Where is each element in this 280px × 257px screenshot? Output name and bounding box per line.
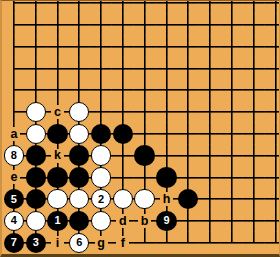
- board-point-c9-r9: [177, 58, 199, 80]
- board-point-c5-r8: [90, 79, 112, 101]
- board-point-c13-r5: [265, 145, 280, 167]
- board-point-c9-r11: [177, 14, 199, 36]
- board-point-c3-r5: k: [47, 145, 69, 167]
- board-point-c3-r7: c: [47, 101, 69, 123]
- board-point-c13-r12: [265, 0, 280, 14]
- white-stone: [26, 102, 46, 122]
- board-point-c4-r1: 6: [68, 232, 90, 254]
- board-point-c11-r4: [221, 166, 243, 188]
- board-point-c12-r4: [243, 166, 265, 188]
- board-point-c3-r6: [47, 123, 69, 145]
- board-point-c2-r7: [25, 101, 47, 123]
- board-point-c12-r9: [243, 58, 265, 80]
- board-point-c9-r8: [177, 79, 199, 101]
- white-stone: [113, 189, 133, 209]
- board-point-c8-r9: [156, 58, 178, 80]
- point-label-k: k: [51, 149, 64, 163]
- board-point-c11-r10: [221, 36, 243, 58]
- board-point-c5-r3: 2: [90, 188, 112, 210]
- board-point-c7-r4: [134, 166, 156, 188]
- board-point-c2-r1: 3: [25, 232, 47, 254]
- board-point-c12-r8: [243, 79, 265, 101]
- board-point-c13-r1: [265, 232, 280, 254]
- board-point-c6-r9: [112, 58, 134, 80]
- board-point-c4-r5: [68, 145, 90, 167]
- board-point-c8-r3: h: [156, 188, 178, 210]
- black-stone: [69, 211, 89, 231]
- board-point-c5-r4: [90, 166, 112, 188]
- point-label-c: c: [51, 105, 64, 119]
- black-stone-move-3: 3: [26, 233, 46, 253]
- black-stone: [26, 189, 46, 209]
- board-point-c10-r11: [199, 14, 221, 36]
- board-point-c8-r12: [156, 0, 178, 14]
- board-point-c6-r8: [112, 79, 134, 101]
- black-stone: [69, 145, 89, 165]
- white-stone: [26, 211, 46, 231]
- board-point-c1-r3: 5: [3, 188, 25, 210]
- black-stone: [26, 167, 46, 187]
- board-point-c2-r12: [25, 0, 47, 14]
- board-point-c4-r10: [68, 36, 90, 58]
- board-point-c9-r7: [177, 101, 199, 123]
- board-point-c10-r7: [199, 101, 221, 123]
- board-point-c9-r12: [177, 0, 199, 14]
- board-point-c8-r1: [156, 232, 178, 254]
- board-point-c11-r1: [221, 232, 243, 254]
- board-point-c6-r3: [112, 188, 134, 210]
- board-point-c1-r4: e: [3, 166, 25, 188]
- black-stone: [156, 167, 176, 187]
- black-stone-move-1: 1: [47, 211, 67, 231]
- board-point-c13-r6: [265, 123, 280, 145]
- board-point-c6-r7: [112, 101, 134, 123]
- board-point-c10-r6: [199, 123, 221, 145]
- black-stone: [134, 145, 154, 165]
- board-point-c6-r2: d: [112, 210, 134, 232]
- board-point-c10-r4: [199, 166, 221, 188]
- board-point-c3-r12: [47, 0, 69, 14]
- white-stone-move-8: 8: [4, 145, 24, 165]
- board-point-c9-r2: [177, 210, 199, 232]
- board-point-c6-r6: [112, 123, 134, 145]
- board-point-c2-r11: [25, 14, 47, 36]
- board-point-c3-r9: [47, 58, 69, 80]
- black-stone: [47, 124, 67, 144]
- board-point-c5-r2: [90, 210, 112, 232]
- white-stone: [91, 167, 111, 187]
- board-point-c1-r11: [3, 14, 25, 36]
- board-point-c13-r3: [265, 188, 280, 210]
- board-point-c13-r8: [265, 79, 280, 101]
- go-diagram: ca8ke52h41db973i6gf: [0, 0, 280, 257]
- board-point-c12-r6: [243, 123, 265, 145]
- board-point-c10-r9: [199, 58, 221, 80]
- board-point-c13-r7: [265, 101, 280, 123]
- black-stone: [178, 189, 198, 209]
- board-point-c3-r11: [47, 14, 69, 36]
- board-point-c13-r10: [265, 36, 280, 58]
- board-point-c1-r2: 4: [3, 210, 25, 232]
- board-point-c3-r2: 1: [47, 210, 69, 232]
- board-point-c8-r8: [156, 79, 178, 101]
- point-label-a: a: [7, 127, 20, 141]
- white-stone: [134, 189, 154, 209]
- board-point-c9-r4: [177, 166, 199, 188]
- board-point-c9-r3: [177, 188, 199, 210]
- black-stone-move-7: 7: [4, 233, 24, 253]
- point-label-i: i: [51, 236, 64, 250]
- white-stone: [91, 145, 111, 165]
- black-stone: [26, 145, 46, 165]
- board-point-c5-r9: [90, 58, 112, 80]
- point-label-e: e: [7, 170, 20, 184]
- board-point-c1-r10: [3, 36, 25, 58]
- board-point-c8-r2: 9: [156, 210, 178, 232]
- board-point-c8-r10: [156, 36, 178, 58]
- board-point-c1-r12: [3, 0, 25, 14]
- board-point-c5-r1: g: [90, 232, 112, 254]
- board-point-c12-r2: [243, 210, 265, 232]
- board-point-c4-r8: [68, 79, 90, 101]
- board-point-c12-r1: [243, 232, 265, 254]
- white-stone: [69, 124, 89, 144]
- board-point-c1-r1: 7: [3, 232, 25, 254]
- white-stone: [69, 189, 89, 209]
- board-point-c10-r5: [199, 145, 221, 167]
- board-point-c6-r5: [112, 145, 134, 167]
- board-point-c12-r12: [243, 0, 265, 14]
- board-point-c10-r12: [199, 0, 221, 14]
- board-point-c13-r2: [265, 210, 280, 232]
- board-point-c11-r8: [221, 79, 243, 101]
- point-label-b: b: [138, 214, 151, 228]
- board-point-c8-r7: [156, 101, 178, 123]
- board-point-c8-r5: [156, 145, 178, 167]
- board-point-c5-r5: [90, 145, 112, 167]
- board-point-c6-r12: [112, 0, 134, 14]
- board-point-c13-r9: [265, 58, 280, 80]
- board-point-c12-r10: [243, 36, 265, 58]
- board-point-c8-r11: [156, 14, 178, 36]
- board-point-c3-r4: [47, 166, 69, 188]
- board-point-c2-r8: [25, 79, 47, 101]
- board-point-c9-r1: [177, 232, 199, 254]
- board-point-c3-r1: i: [47, 232, 69, 254]
- board-point-c9-r6: [177, 123, 199, 145]
- board-point-c6-r11: [112, 14, 134, 36]
- board-point-c8-r6: [156, 123, 178, 145]
- board-point-c5-r6: [90, 123, 112, 145]
- board-point-c11-r11: [221, 14, 243, 36]
- board-point-c11-r6: [221, 123, 243, 145]
- board-point-c1-r9: [3, 58, 25, 80]
- board-point-c1-r6: a: [3, 123, 25, 145]
- board-point-c2-r6: [25, 123, 47, 145]
- board-point-c7-r1: [134, 232, 156, 254]
- board-point-c5-r7: [90, 101, 112, 123]
- board-point-c4-r2: [68, 210, 90, 232]
- board-point-c6-r10: [112, 36, 134, 58]
- board-point-c7-r11: [134, 14, 156, 36]
- board-point-c11-r7: [221, 101, 243, 123]
- white-stone: [26, 124, 46, 144]
- board-point-c11-r3: [221, 188, 243, 210]
- board-point-c11-r12: [221, 0, 243, 14]
- board-point-c3-r8: [47, 79, 69, 101]
- board-point-c1-r8: [3, 79, 25, 101]
- board-point-c9-r10: [177, 36, 199, 58]
- board-point-c3-r3: [47, 188, 69, 210]
- board-point-c12-r11: [243, 14, 265, 36]
- board-point-c1-r7: [3, 101, 25, 123]
- board-point-c10-r10: [199, 36, 221, 58]
- board-point-c4-r6: [68, 123, 90, 145]
- board-point-c5-r11: [90, 14, 112, 36]
- white-stone-move-2: 2: [91, 189, 111, 209]
- black-stone-move-5: 5: [4, 189, 24, 209]
- board-point-c4-r7: [68, 101, 90, 123]
- black-stone: [113, 124, 133, 144]
- board-point-c12-r3: [243, 188, 265, 210]
- board-point-c2-r10: [25, 36, 47, 58]
- black-stone: [69, 167, 89, 187]
- board-point-c12-r5: [243, 145, 265, 167]
- board-point-c2-r2: [25, 210, 47, 232]
- board-point-c9-r5: [177, 145, 199, 167]
- board-point-c7-r5: [134, 145, 156, 167]
- board-point-c10-r3: [199, 188, 221, 210]
- board-point-c1-r5: 8: [3, 145, 25, 167]
- board-point-c6-r1: f: [112, 232, 134, 254]
- board-point-c8-r4: [156, 166, 178, 188]
- board-point-c4-r12: [68, 0, 90, 14]
- board-point-c4-r4: [68, 166, 90, 188]
- board-point-c7-r3: [134, 188, 156, 210]
- board-point-c13-r4: [265, 166, 280, 188]
- board-point-c5-r12: [90, 0, 112, 14]
- black-stone-move-9: 9: [156, 211, 176, 231]
- board-point-c7-r12: [134, 0, 156, 14]
- board-point-c2-r5: [25, 145, 47, 167]
- board-point-c7-r6: [134, 123, 156, 145]
- point-label-h: h: [160, 192, 173, 206]
- board-point-c10-r2: [199, 210, 221, 232]
- go-board-grid: ca8ke52h41db973i6gf: [3, 0, 280, 254]
- board-point-c6-r4: [112, 166, 134, 188]
- board-point-c7-r2: b: [134, 210, 156, 232]
- board-point-c10-r1: [199, 232, 221, 254]
- white-stone-move-6: 6: [69, 233, 89, 253]
- white-stone-move-4: 4: [4, 211, 24, 231]
- board-point-c12-r7: [243, 101, 265, 123]
- board-point-c4-r3: [68, 188, 90, 210]
- board-point-c2-r9: [25, 58, 47, 80]
- black-stone: [91, 124, 111, 144]
- board-point-c7-r10: [134, 36, 156, 58]
- board-point-c4-r9: [68, 58, 90, 80]
- board-point-c3-r10: [47, 36, 69, 58]
- board-point-c5-r10: [90, 36, 112, 58]
- board-point-c10-r8: [199, 79, 221, 101]
- white-stone: [47, 189, 67, 209]
- white-stone: [91, 211, 111, 231]
- point-label-f: f: [116, 236, 129, 250]
- board-point-c11-r2: [221, 210, 243, 232]
- board-point-c11-r9: [221, 58, 243, 80]
- board-point-c2-r4: [25, 166, 47, 188]
- point-label-g: g: [95, 236, 108, 250]
- board-point-c4-r11: [68, 14, 90, 36]
- board-point-c2-r3: [25, 188, 47, 210]
- board-point-c7-r8: [134, 79, 156, 101]
- white-stone: [69, 102, 89, 122]
- board-point-c7-r7: [134, 101, 156, 123]
- board-point-c7-r9: [134, 58, 156, 80]
- board-point-c11-r5: [221, 145, 243, 167]
- black-stone: [47, 167, 67, 187]
- board-point-c13-r11: [265, 14, 280, 36]
- point-label-d: d: [116, 214, 129, 228]
